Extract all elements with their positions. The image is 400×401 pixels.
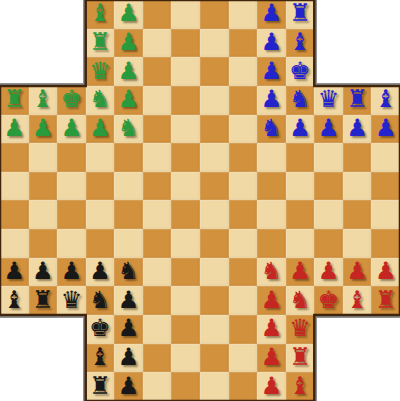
blue-pawn[interactable]: ♟ <box>346 116 368 140</box>
offboard-corner-cell <box>29 0 58 29</box>
square-n8[interactable] <box>371 172 400 201</box>
square-f7[interactable] <box>143 200 172 229</box>
square-i10[interactable] <box>229 115 258 144</box>
blue-king[interactable]: ♚ <box>289 59 311 83</box>
square-k2[interactable]: ♜ <box>286 344 315 373</box>
offboard-corner-cell <box>29 315 58 344</box>
square-l8[interactable] <box>314 172 343 201</box>
green-pawn[interactable]: ♟ <box>118 30 140 54</box>
offboard-corner-cell <box>57 315 86 344</box>
square-m9[interactable] <box>343 143 372 172</box>
square-k14[interactable]: ♜ <box>286 0 315 29</box>
square-k1[interactable]: ♝ <box>286 372 315 401</box>
square-n4[interactable]: ♜ <box>371 286 400 315</box>
offboard-corner-cell <box>343 344 372 373</box>
square-l11[interactable]: ♛ <box>314 86 343 115</box>
square-i14[interactable] <box>229 0 258 29</box>
square-m8[interactable] <box>343 172 372 201</box>
offboard-corner-cell <box>29 29 58 58</box>
square-h10[interactable] <box>200 115 229 144</box>
square-d9[interactable] <box>86 143 115 172</box>
square-f14[interactable] <box>143 0 172 29</box>
square-j3[interactable]: ♟ <box>257 315 286 344</box>
red-pawn[interactable]: ♟ <box>261 374 283 398</box>
square-e9[interactable] <box>114 143 143 172</box>
offboard-corner-cell <box>314 372 343 401</box>
offboard-corner-cell <box>314 0 343 29</box>
square-j4[interactable]: ♟ <box>257 286 286 315</box>
offboard-corner-cell <box>343 0 372 29</box>
offboard-corner-cell <box>29 372 58 401</box>
square-g12[interactable] <box>171 57 200 86</box>
square-i5[interactable] <box>229 258 258 287</box>
square-n11[interactable]: ♝ <box>371 86 400 115</box>
square-i3[interactable] <box>229 315 258 344</box>
square-f5[interactable] <box>143 258 172 287</box>
offboard-corner-cell <box>343 57 372 86</box>
square-d14[interactable]: ♝ <box>86 0 115 29</box>
square-i2[interactable] <box>229 344 258 373</box>
blue-queen[interactable]: ♛ <box>318 87 340 111</box>
square-d10[interactable]: ♟ <box>86 115 115 144</box>
offboard-corner-cell <box>0 57 29 86</box>
offboard-corner-cell <box>0 0 29 29</box>
offboard-corner-cell <box>314 344 343 373</box>
square-j9[interactable] <box>257 143 286 172</box>
square-k5[interactable]: ♟ <box>286 258 315 287</box>
square-j6[interactable] <box>257 229 286 258</box>
square-n10[interactable]: ♟ <box>371 115 400 144</box>
green-pawn[interactable]: ♟ <box>89 116 111 140</box>
square-i1[interactable] <box>229 372 258 401</box>
square-i9[interactable] <box>229 143 258 172</box>
square-f8[interactable] <box>143 172 172 201</box>
square-e10[interactable]: ♞ <box>114 115 143 144</box>
offboard-corner-cell <box>57 0 86 29</box>
offboard-corner-cell <box>0 372 29 401</box>
square-h7[interactable] <box>200 200 229 229</box>
square-c10[interactable]: ♟ <box>57 115 86 144</box>
square-f11[interactable] <box>143 86 172 115</box>
blue-pawn[interactable]: ♟ <box>289 116 311 140</box>
black-king[interactable]: ♚ <box>89 316 111 340</box>
green-pawn[interactable]: ♟ <box>4 116 26 140</box>
black-pawn[interactable]: ♟ <box>32 259 54 283</box>
blue-pawn[interactable]: ♟ <box>261 1 283 25</box>
black-pawn[interactable]: ♟ <box>118 316 140 340</box>
square-e5[interactable]: ♞ <box>114 258 143 287</box>
square-i6[interactable] <box>229 229 258 258</box>
square-m11[interactable]: ♜ <box>343 86 372 115</box>
black-knight[interactable]: ♞ <box>118 259 140 283</box>
square-g13[interactable] <box>171 29 200 58</box>
square-n7[interactable] <box>371 200 400 229</box>
offboard-corner-cell <box>371 57 400 86</box>
black-pawn[interactable]: ♟ <box>89 259 111 283</box>
square-l7[interactable] <box>314 200 343 229</box>
square-k8[interactable] <box>286 172 315 201</box>
square-i4[interactable] <box>229 286 258 315</box>
red-pawn[interactable]: ♟ <box>261 288 283 312</box>
red-rook[interactable]: ♜ <box>289 345 311 369</box>
square-g2[interactable] <box>171 344 200 373</box>
black-pawn[interactable]: ♟ <box>61 259 83 283</box>
square-e3[interactable]: ♟ <box>114 315 143 344</box>
square-i13[interactable] <box>229 29 258 58</box>
square-f13[interactable] <box>143 29 172 58</box>
square-b6[interactable] <box>29 229 58 258</box>
square-n6[interactable] <box>371 229 400 258</box>
square-e13[interactable]: ♟ <box>114 29 143 58</box>
square-c7[interactable] <box>57 200 86 229</box>
square-g9[interactable] <box>171 143 200 172</box>
red-king[interactable]: ♚ <box>318 288 340 312</box>
square-h1[interactable] <box>200 372 229 401</box>
square-d3[interactable]: ♚ <box>86 315 115 344</box>
square-a8[interactable] <box>0 172 29 201</box>
square-g14[interactable] <box>171 0 200 29</box>
square-d6[interactable] <box>86 229 115 258</box>
red-pawn[interactable]: ♟ <box>261 345 283 369</box>
square-c6[interactable] <box>57 229 86 258</box>
square-j12[interactable]: ♟ <box>257 57 286 86</box>
offboard-corner-cell <box>371 344 400 373</box>
square-c11[interactable]: ♚ <box>57 86 86 115</box>
offboard-corner-cell <box>343 315 372 344</box>
square-e4[interactable]: ♟ <box>114 286 143 315</box>
square-m6[interactable] <box>343 229 372 258</box>
square-k12[interactable]: ♚ <box>286 57 315 86</box>
square-a11[interactable]: ♜ <box>0 86 29 115</box>
square-m4[interactable]: ♝ <box>343 286 372 315</box>
square-k13[interactable]: ♝ <box>286 29 315 58</box>
square-e7[interactable] <box>114 200 143 229</box>
offboard-corner-cell <box>57 344 86 373</box>
green-bishop[interactable]: ♝ <box>32 87 54 111</box>
square-l9[interactable] <box>314 143 343 172</box>
green-knight[interactable]: ♞ <box>118 116 140 140</box>
green-pawn[interactable]: ♟ <box>118 1 140 25</box>
square-h6[interactable] <box>200 229 229 258</box>
black-queen[interactable]: ♛ <box>61 288 83 312</box>
red-pawn[interactable]: ♟ <box>346 259 368 283</box>
square-f3[interactable] <box>143 315 172 344</box>
square-d11[interactable]: ♞ <box>86 86 115 115</box>
green-pawn[interactable]: ♟ <box>118 59 140 83</box>
blue-bishop[interactable]: ♝ <box>289 30 311 54</box>
square-d2[interactable]: ♝ <box>86 344 115 373</box>
square-e8[interactable] <box>114 172 143 201</box>
square-k9[interactable] <box>286 143 315 172</box>
black-rook[interactable]: ♜ <box>89 374 111 398</box>
square-e2[interactable]: ♟ <box>114 344 143 373</box>
square-j5[interactable]: ♞ <box>257 258 286 287</box>
square-l6[interactable] <box>314 229 343 258</box>
square-g7[interactable] <box>171 200 200 229</box>
square-l4[interactable]: ♚ <box>314 286 343 315</box>
square-g6[interactable] <box>171 229 200 258</box>
square-d7[interactable] <box>86 200 115 229</box>
square-g3[interactable] <box>171 315 200 344</box>
square-k10[interactable]: ♟ <box>286 115 315 144</box>
red-knight[interactable]: ♞ <box>289 288 311 312</box>
square-i11[interactable] <box>229 86 258 115</box>
square-a5[interactable]: ♟ <box>0 258 29 287</box>
square-m10[interactable]: ♟ <box>343 115 372 144</box>
square-m7[interactable] <box>343 200 372 229</box>
red-bishop[interactable]: ♝ <box>289 374 311 398</box>
square-i8[interactable] <box>229 172 258 201</box>
square-d13[interactable]: ♜ <box>86 29 115 58</box>
square-h3[interactable] <box>200 315 229 344</box>
green-pawn[interactable]: ♟ <box>118 87 140 111</box>
square-e14[interactable]: ♟ <box>114 0 143 29</box>
square-e11[interactable]: ♟ <box>114 86 143 115</box>
square-a4[interactable]: ♝ <box>0 286 29 315</box>
square-a7[interactable] <box>0 200 29 229</box>
black-bishop[interactable]: ♝ <box>4 288 26 312</box>
square-f2[interactable] <box>143 344 172 373</box>
square-j8[interactable] <box>257 172 286 201</box>
black-pawn[interactable]: ♟ <box>118 374 140 398</box>
offboard-corner-cell <box>57 29 86 58</box>
square-e6[interactable] <box>114 229 143 258</box>
square-h13[interactable] <box>200 29 229 58</box>
square-j2[interactable]: ♟ <box>257 344 286 373</box>
square-h11[interactable] <box>200 86 229 115</box>
blue-pawn[interactable]: ♟ <box>261 59 283 83</box>
red-pawn[interactable]: ♟ <box>289 259 311 283</box>
square-f9[interactable] <box>143 143 172 172</box>
square-c8[interactable] <box>57 172 86 201</box>
offboard-corner-cell <box>371 0 400 29</box>
square-b5[interactable]: ♟ <box>29 258 58 287</box>
square-g10[interactable] <box>171 115 200 144</box>
square-d4[interactable]: ♞ <box>86 286 115 315</box>
square-e12[interactable]: ♟ <box>114 57 143 86</box>
blue-bishop[interactable]: ♝ <box>375 87 397 111</box>
blue-pawn[interactable]: ♟ <box>261 87 283 111</box>
offboard-corner-cell <box>0 29 29 58</box>
square-g1[interactable] <box>171 372 200 401</box>
square-k11[interactable]: ♞ <box>286 86 315 115</box>
blue-knight[interactable]: ♞ <box>289 87 311 111</box>
red-pawn[interactable]: ♟ <box>375 259 397 283</box>
square-k6[interactable] <box>286 229 315 258</box>
red-pawn[interactable]: ♟ <box>261 316 283 340</box>
black-rook[interactable]: ♜ <box>32 288 54 312</box>
square-i12[interactable] <box>229 57 258 86</box>
square-f10[interactable] <box>143 115 172 144</box>
square-j11[interactable]: ♟ <box>257 86 286 115</box>
square-d8[interactable] <box>86 172 115 201</box>
square-c9[interactable] <box>57 143 86 172</box>
square-f12[interactable] <box>143 57 172 86</box>
square-l10[interactable]: ♟ <box>314 115 343 144</box>
green-king[interactable]: ♚ <box>61 87 83 111</box>
square-j10[interactable]: ♞ <box>257 115 286 144</box>
square-f4[interactable] <box>143 286 172 315</box>
square-f6[interactable] <box>143 229 172 258</box>
green-rook[interactable]: ♜ <box>4 87 26 111</box>
black-bishop[interactable]: ♝ <box>89 345 111 369</box>
square-b11[interactable]: ♝ <box>29 86 58 115</box>
blue-knight[interactable]: ♞ <box>261 116 283 140</box>
blue-rook[interactable]: ♜ <box>289 1 311 25</box>
square-j7[interactable] <box>257 200 286 229</box>
square-j1[interactable]: ♟ <box>257 372 286 401</box>
square-g4[interactable] <box>171 286 200 315</box>
square-g5[interactable] <box>171 258 200 287</box>
square-f1[interactable] <box>143 372 172 401</box>
black-pawn[interactable]: ♟ <box>118 288 140 312</box>
green-rook[interactable]: ♜ <box>89 30 111 54</box>
green-knight[interactable]: ♞ <box>89 87 111 111</box>
square-a10[interactable]: ♟ <box>0 115 29 144</box>
offboard-corner-cell <box>0 315 29 344</box>
square-k4[interactable]: ♞ <box>286 286 315 315</box>
black-pawn[interactable]: ♟ <box>118 345 140 369</box>
square-h14[interactable] <box>200 0 229 29</box>
black-pawn[interactable]: ♟ <box>4 259 26 283</box>
red-queen[interactable]: ♛ <box>289 316 311 340</box>
square-b4[interactable]: ♜ <box>29 286 58 315</box>
square-e1[interactable]: ♟ <box>114 372 143 401</box>
square-k3[interactable]: ♛ <box>286 315 315 344</box>
square-a6[interactable] <box>0 229 29 258</box>
offboard-corner-cell <box>29 344 58 373</box>
square-m5[interactable]: ♟ <box>343 258 372 287</box>
square-i7[interactable] <box>229 200 258 229</box>
square-n9[interactable] <box>371 143 400 172</box>
red-bishop[interactable]: ♝ <box>346 288 368 312</box>
offboard-corner-cell <box>371 29 400 58</box>
blue-pawn[interactable]: ♟ <box>318 116 340 140</box>
green-queen[interactable]: ♛ <box>89 59 111 83</box>
square-b10[interactable]: ♟ <box>29 115 58 144</box>
square-h5[interactable] <box>200 258 229 287</box>
square-l5[interactable]: ♟ <box>314 258 343 287</box>
red-rook[interactable]: ♜ <box>375 288 397 312</box>
square-k7[interactable] <box>286 200 315 229</box>
square-j14[interactable]: ♟ <box>257 0 286 29</box>
offboard-corner-cell <box>0 344 29 373</box>
square-d12[interactable]: ♛ <box>86 57 115 86</box>
offboard-corner-cell <box>343 29 372 58</box>
board-grid: ♝♟♟♜♜♟♟♝♛♟♟♚♜♝♚♞♟♟♞♛♜♝♟♟♟♟♞♞♟♟♟♟♟♟♟♟♞♞♟♟… <box>0 0 400 401</box>
offboard-corner-cell <box>314 57 343 86</box>
square-j13[interactable]: ♟ <box>257 29 286 58</box>
offboard-corner-cell <box>29 57 58 86</box>
square-b9[interactable] <box>29 143 58 172</box>
square-g8[interactable] <box>171 172 200 201</box>
green-pawn[interactable]: ♟ <box>61 116 83 140</box>
green-pawn[interactable]: ♟ <box>32 116 54 140</box>
square-d1[interactable]: ♜ <box>86 372 115 401</box>
offboard-corner-cell <box>371 372 400 401</box>
offboard-corner-cell <box>343 372 372 401</box>
square-h2[interactable] <box>200 344 229 373</box>
square-h4[interactable] <box>200 286 229 315</box>
red-knight[interactable]: ♞ <box>261 259 283 283</box>
four-player-chess-screenshot: ♝♟♟♜♜♟♟♝♛♟♟♚♜♝♚♞♟♟♞♛♜♝♟♟♟♟♞♞♟♟♟♟♟♟♟♟♞♞♟♟… <box>0 0 400 401</box>
square-h9[interactable] <box>200 143 229 172</box>
offboard-corner-cell <box>314 29 343 58</box>
green-bishop[interactable]: ♝ <box>89 1 111 25</box>
square-h12[interactable] <box>200 57 229 86</box>
black-knight[interactable]: ♞ <box>89 288 111 312</box>
square-b8[interactable] <box>29 172 58 201</box>
offboard-corner-cell <box>57 57 86 86</box>
square-g11[interactable] <box>171 86 200 115</box>
offboard-corner-cell <box>371 315 400 344</box>
square-a9[interactable] <box>0 143 29 172</box>
blue-pawn[interactable]: ♟ <box>375 116 397 140</box>
blue-pawn[interactable]: ♟ <box>261 30 283 54</box>
offboard-corner-cell <box>57 372 86 401</box>
square-c4[interactable]: ♛ <box>57 286 86 315</box>
offboard-corner-cell <box>314 315 343 344</box>
red-pawn[interactable]: ♟ <box>318 259 340 283</box>
blue-rook[interactable]: ♜ <box>346 87 368 111</box>
square-c5[interactable]: ♟ <box>57 258 86 287</box>
square-h8[interactable] <box>200 172 229 201</box>
square-n5[interactable]: ♟ <box>371 258 400 287</box>
square-d5[interactable]: ♟ <box>86 258 115 287</box>
square-b7[interactable] <box>29 200 58 229</box>
